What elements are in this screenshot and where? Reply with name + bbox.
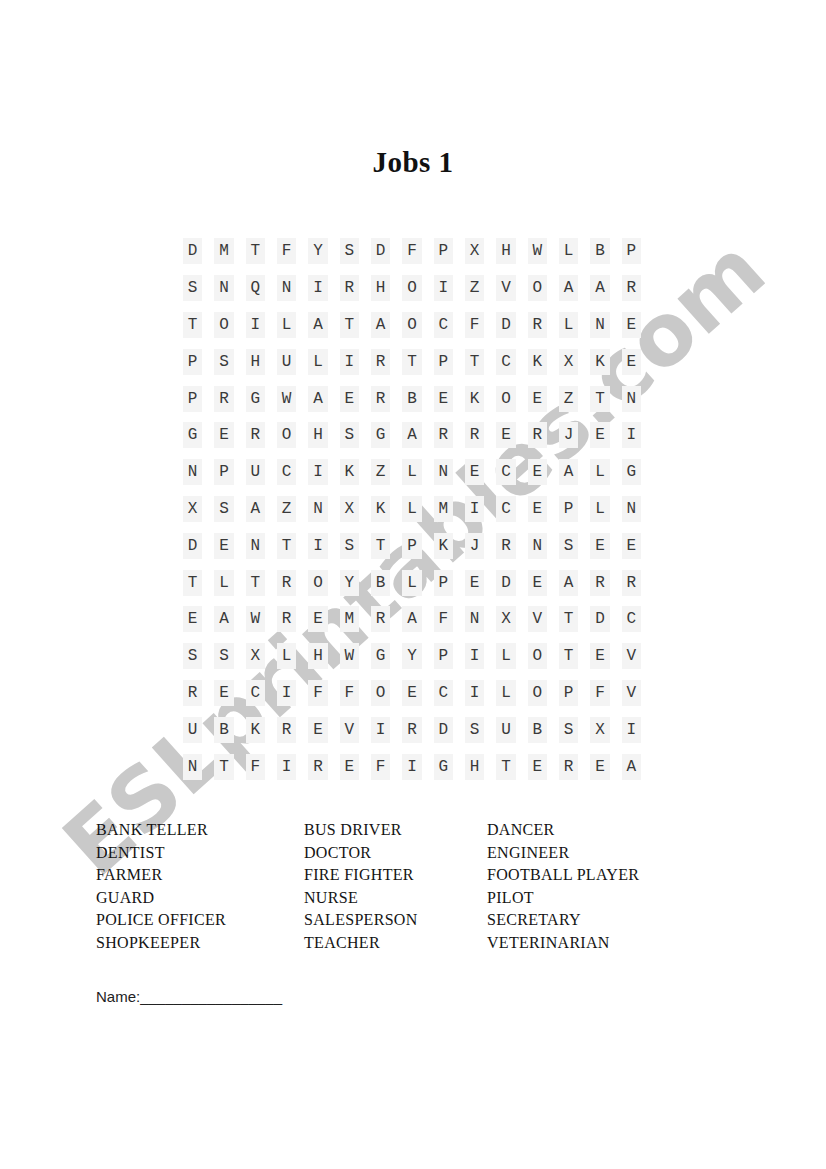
grid-letter: P xyxy=(434,349,454,375)
grid-letter: K xyxy=(434,533,454,559)
grid-cell: W xyxy=(334,638,365,675)
grid-letter: A xyxy=(371,312,391,338)
grid-cell: A xyxy=(396,601,427,638)
grid-cell: P xyxy=(428,343,459,380)
grid-cell: O xyxy=(208,307,239,344)
grid-cell: D xyxy=(365,233,396,270)
grid-cell: E xyxy=(334,380,365,417)
grid-cell: Y xyxy=(302,233,333,270)
grid-cell: I xyxy=(459,638,490,675)
grid-letter: E xyxy=(214,680,234,706)
grid-cell: E xyxy=(584,527,615,564)
grid-cell: V xyxy=(490,270,521,307)
grid-letter: S xyxy=(340,533,360,559)
grid-cell: E xyxy=(334,748,365,785)
grid-cell: Y xyxy=(334,564,365,601)
grid-letter: R xyxy=(559,754,579,780)
grid-cell: S xyxy=(459,711,490,748)
grid-cell: K xyxy=(522,343,553,380)
grid-letter: S xyxy=(559,717,579,743)
grid-letter: R xyxy=(277,570,297,596)
grid-letter: H xyxy=(308,422,328,448)
grid-letter: L xyxy=(402,459,422,485)
grid-letter: R xyxy=(402,717,422,743)
grid-letter: E xyxy=(308,717,328,743)
grid-cell: P xyxy=(428,233,459,270)
grid-letter: X xyxy=(465,238,485,264)
grid-letter: R xyxy=(183,680,203,706)
grid-cell: T xyxy=(584,380,615,417)
grid-letter: I xyxy=(465,643,485,669)
word-list-item: BUS DRIVER xyxy=(304,819,418,842)
grid-cell: A xyxy=(553,454,584,491)
grid-letter: P xyxy=(622,238,642,264)
grid-cell: K xyxy=(584,343,615,380)
grid-cell: Z xyxy=(459,270,490,307)
grid-letter: N xyxy=(183,754,203,780)
grid-letter: Z xyxy=(371,459,391,485)
grid-cell: E xyxy=(208,527,239,564)
grid-letter: L xyxy=(559,238,579,264)
word-list-item: PILOT xyxy=(487,887,639,910)
grid-letter: I xyxy=(277,680,297,706)
grid-cell: O xyxy=(396,307,427,344)
grid-cell: T xyxy=(240,564,271,601)
name-label: Name: xyxy=(96,988,140,1005)
grid-letter: E xyxy=(528,386,548,412)
grid-letter: K xyxy=(465,386,485,412)
grid-letter: E xyxy=(434,386,454,412)
grid-letter: J xyxy=(559,422,579,448)
grid-cell: R xyxy=(584,564,615,601)
grid-cell: P xyxy=(616,233,647,270)
grid-letter: R xyxy=(371,606,391,632)
grid-cell: F xyxy=(428,601,459,638)
grid-letter: E xyxy=(496,422,516,448)
grid-letter: A xyxy=(559,459,579,485)
grid-cell: R xyxy=(396,711,427,748)
grid-cell: I xyxy=(240,307,271,344)
grid-cell: G xyxy=(240,380,271,417)
grid-cell: C xyxy=(490,454,521,491)
grid-cell: U xyxy=(271,343,302,380)
grid-cell: R xyxy=(553,748,584,785)
grid-cell: N xyxy=(177,454,208,491)
grid-letter: N xyxy=(465,606,485,632)
grid-cell: H xyxy=(365,270,396,307)
grid-letter: D xyxy=(496,570,516,596)
grid-cell: I xyxy=(271,675,302,712)
grid-letter: T xyxy=(183,570,203,596)
grid-cell: D xyxy=(584,601,615,638)
grid-cell: S xyxy=(553,711,584,748)
grid-letter: N xyxy=(528,533,548,559)
grid-letter: U xyxy=(183,717,203,743)
grid-cell: I xyxy=(334,343,365,380)
grid-letter: A xyxy=(402,606,422,632)
grid-cell: V xyxy=(616,638,647,675)
word-list-item: SECRETARY xyxy=(487,909,639,932)
grid-letter: E xyxy=(465,570,485,596)
grid-letter: Q xyxy=(246,275,266,301)
grid-cell: I xyxy=(459,491,490,528)
grid-cell: T xyxy=(208,748,239,785)
grid-cell: R xyxy=(240,417,271,454)
grid-cell: B xyxy=(396,380,427,417)
grid-letter: B xyxy=(590,238,610,264)
grid-cell: O xyxy=(302,564,333,601)
grid-letter: R xyxy=(622,275,642,301)
grid-letter: C xyxy=(496,496,516,522)
grid-cell: L xyxy=(396,454,427,491)
grid-letter: D xyxy=(590,606,610,632)
word-list-item: GUARD xyxy=(96,887,226,910)
grid-letter: L xyxy=(402,570,422,596)
grid-letter: R xyxy=(496,533,516,559)
word-list-item: DOCTOR xyxy=(304,842,418,865)
grid-cell: P xyxy=(396,527,427,564)
grid-cell: R xyxy=(616,564,647,601)
grid-letter: T xyxy=(246,570,266,596)
grid-cell: E xyxy=(522,564,553,601)
word-list-item: FOOTBALL PLAYER xyxy=(487,864,639,887)
grid-cell: E xyxy=(616,343,647,380)
grid-letter: P xyxy=(434,238,454,264)
grid-cell: T xyxy=(271,527,302,564)
grid-letter: N xyxy=(622,496,642,522)
grid-cell: B xyxy=(522,711,553,748)
grid-cell: I xyxy=(428,270,459,307)
grid-cell: I xyxy=(302,454,333,491)
grid-cell: L xyxy=(396,564,427,601)
grid-letter: T xyxy=(590,386,610,412)
grid-cell: N xyxy=(240,527,271,564)
grid-cell: P xyxy=(177,343,208,380)
grid-cell: M xyxy=(428,491,459,528)
grid-letter: W xyxy=(528,238,548,264)
grid-cell: T xyxy=(553,601,584,638)
word-list-column-3: DANCERENGINEERFOOTBALL PLAYERPILOTSECRET… xyxy=(487,819,639,955)
grid-letter: D xyxy=(183,533,203,559)
word-list-item: SALESPERSON xyxy=(304,909,418,932)
grid-letter: T xyxy=(496,754,516,780)
grid-cell: A xyxy=(616,748,647,785)
grid-letter: O xyxy=(496,386,516,412)
grid-cell: L xyxy=(208,564,239,601)
grid-cell: R xyxy=(616,270,647,307)
grid-cell: R xyxy=(522,417,553,454)
grid-cell: P xyxy=(177,380,208,417)
grid-letter: B xyxy=(528,717,548,743)
grid-cell: Y xyxy=(396,638,427,675)
grid-letter: F xyxy=(590,680,610,706)
grid-letter: P xyxy=(559,496,579,522)
grid-letter: G xyxy=(371,643,391,669)
grid-cell: N xyxy=(584,307,615,344)
grid-letter: I xyxy=(465,680,485,706)
grid-cell: E xyxy=(177,601,208,638)
grid-letter: E xyxy=(528,754,548,780)
grid-letter: H xyxy=(465,754,485,780)
grid-letter: R xyxy=(528,422,548,448)
grid-letter: R xyxy=(308,754,328,780)
grid-letter: P xyxy=(183,349,203,375)
grid-letter: X xyxy=(496,606,516,632)
grid-cell: N xyxy=(208,270,239,307)
grid-cell: U xyxy=(240,454,271,491)
grid-cell: T xyxy=(334,307,365,344)
puzzle-title: Jobs 1 xyxy=(0,146,826,179)
grid-cell: T xyxy=(490,748,521,785)
name-blank: _________________ xyxy=(140,988,282,1005)
grid-cell: R xyxy=(522,307,553,344)
grid-cell: Z xyxy=(553,380,584,417)
grid-letter: N xyxy=(183,459,203,485)
grid-letter: I xyxy=(308,533,328,559)
grid-cell: O xyxy=(396,270,427,307)
grid-cell: G xyxy=(428,748,459,785)
grid-cell: C xyxy=(490,343,521,380)
grid-letter: P xyxy=(402,533,422,559)
grid-letter: C xyxy=(246,680,266,706)
grid-letter: W xyxy=(340,643,360,669)
grid-letter: E xyxy=(308,606,328,632)
grid-letter: E xyxy=(590,533,610,559)
grid-letter: V xyxy=(622,680,642,706)
grid-cell: R xyxy=(334,270,365,307)
grid-letter: E xyxy=(622,312,642,338)
grid-letter: F xyxy=(465,312,485,338)
grid-letter: R xyxy=(434,422,454,448)
grid-cell: S xyxy=(177,270,208,307)
grid-cell: R xyxy=(177,675,208,712)
grid-letter: U xyxy=(246,459,266,485)
grid-letter: F xyxy=(371,754,391,780)
grid-letter: O xyxy=(528,643,548,669)
grid-cell: N xyxy=(271,270,302,307)
word-list-item: SHOPKEEPER xyxy=(96,932,226,955)
grid-letter: T xyxy=(340,312,360,338)
grid-cell: L xyxy=(490,638,521,675)
grid-cell: L xyxy=(271,307,302,344)
word-list-item: DENTIST xyxy=(96,842,226,865)
grid-cell: C xyxy=(428,675,459,712)
grid-letter: T xyxy=(246,238,266,264)
grid-letter: S xyxy=(183,275,203,301)
grid-cell: O xyxy=(365,675,396,712)
grid-letter: X xyxy=(340,496,360,522)
grid-letter: N xyxy=(277,275,297,301)
grid-cell: U xyxy=(490,711,521,748)
grid-cell: O xyxy=(522,270,553,307)
grid-cell: S xyxy=(553,527,584,564)
grid-letter: R xyxy=(371,349,391,375)
word-list-item: ENGINEER xyxy=(487,842,639,865)
grid-cell: R xyxy=(271,711,302,748)
grid-cell: F xyxy=(584,675,615,712)
grid-letter: E xyxy=(340,754,360,780)
grid-cell: L xyxy=(553,233,584,270)
grid-letter: S xyxy=(559,533,579,559)
grid-letter: V xyxy=(622,643,642,669)
grid-cell: T xyxy=(365,527,396,564)
grid-cell: E xyxy=(490,417,521,454)
grid-letter: A xyxy=(308,312,328,338)
grid-cell: E xyxy=(522,454,553,491)
grid-letter: U xyxy=(277,349,297,375)
grid-letter: E xyxy=(214,422,234,448)
grid-letter: O xyxy=(402,275,422,301)
grid-letter: A xyxy=(559,570,579,596)
grid-letter: S xyxy=(183,643,203,669)
grid-letter: T xyxy=(183,312,203,338)
grid-cell: E xyxy=(522,748,553,785)
grid-letter: A xyxy=(246,496,266,522)
grid-cell: R xyxy=(490,527,521,564)
grid-letter: S xyxy=(465,717,485,743)
grid-cell: O xyxy=(522,675,553,712)
grid-letter: I xyxy=(402,754,422,780)
grid-letter: M xyxy=(340,606,360,632)
grid-letter: R xyxy=(528,312,548,338)
grid-cell: E xyxy=(584,638,615,675)
grid-letter: V xyxy=(528,606,548,632)
grid-letter: Y xyxy=(308,238,328,264)
grid-letter: E xyxy=(590,754,610,780)
grid-letter: C xyxy=(277,459,297,485)
grid-letter: R xyxy=(214,386,234,412)
grid-letter: U xyxy=(496,717,516,743)
grid-cell: V xyxy=(616,675,647,712)
grid-cell: E xyxy=(396,675,427,712)
grid-cell: G xyxy=(365,638,396,675)
grid-cell: L xyxy=(584,491,615,528)
grid-letter: B xyxy=(371,570,391,596)
grid-letter: P xyxy=(559,680,579,706)
grid-letter: O xyxy=(402,312,422,338)
grid-letter: A xyxy=(559,275,579,301)
grid-letter: I xyxy=(622,717,642,743)
grid-cell: D xyxy=(177,527,208,564)
grid-letter: R xyxy=(340,275,360,301)
grid-letter: E xyxy=(465,459,485,485)
grid-letter: T xyxy=(465,349,485,375)
grid-cell: I xyxy=(459,675,490,712)
grid-cell: K xyxy=(428,527,459,564)
grid-letter: K xyxy=(371,496,391,522)
grid-cell: D xyxy=(428,711,459,748)
grid-letter: T xyxy=(559,643,579,669)
grid-letter: N xyxy=(214,275,234,301)
word-list-item: FARMER xyxy=(96,864,226,887)
grid-cell: J xyxy=(553,417,584,454)
grid-cell: L xyxy=(553,307,584,344)
grid-cell: R xyxy=(459,417,490,454)
grid-letter: I xyxy=(622,422,642,448)
grid-letter: O xyxy=(528,680,548,706)
grid-cell: J xyxy=(459,527,490,564)
grid-letter: T xyxy=(214,754,234,780)
grid-letter: K xyxy=(340,459,360,485)
grid-cell: Z xyxy=(365,454,396,491)
grid-letter: O xyxy=(277,422,297,448)
grid-cell: H xyxy=(240,343,271,380)
grid-cell: N xyxy=(177,748,208,785)
grid-letter: O xyxy=(308,570,328,596)
grid-letter: I xyxy=(465,496,485,522)
grid-letter: M xyxy=(214,238,234,264)
grid-letter: I xyxy=(277,754,297,780)
grid-cell: N xyxy=(302,491,333,528)
word-list-item: VETERINARIAN xyxy=(487,932,639,955)
grid-cell: T xyxy=(459,343,490,380)
grid-cell: E xyxy=(302,601,333,638)
grid-cell: N xyxy=(616,491,647,528)
grid-letter: C xyxy=(496,459,516,485)
grid-letter: L xyxy=(559,312,579,338)
grid-letter: E xyxy=(183,606,203,632)
grid-cell: F xyxy=(271,233,302,270)
grid-cell: I xyxy=(302,270,333,307)
grid-letter: N xyxy=(622,386,642,412)
grid-letter: C xyxy=(622,606,642,632)
grid-letter: G xyxy=(371,422,391,448)
grid-letter: R xyxy=(371,386,391,412)
grid-cell: L xyxy=(396,491,427,528)
grid-letter: G xyxy=(183,422,203,448)
word-list-item: POLICE OFFICER xyxy=(96,909,226,932)
grid-cell: R xyxy=(271,601,302,638)
grid-cell: G xyxy=(616,454,647,491)
worksheet-page: ESLprintables.com Jobs 1 DMTFYSDFPXHWLBP… xyxy=(0,0,826,1169)
grid-letter: Z xyxy=(277,496,297,522)
grid-letter: R xyxy=(277,606,297,632)
grid-cell: B xyxy=(365,564,396,601)
grid-letter: P xyxy=(183,386,203,412)
grid-cell: E xyxy=(302,711,333,748)
word-search-grid: DMTFYSDFPXHWLBPSNQNIRHOIZVOAARTOILATAOCF… xyxy=(177,233,647,785)
grid-letter: A xyxy=(214,606,234,632)
grid-cell: V xyxy=(334,711,365,748)
grid-letter: L xyxy=(590,459,610,485)
grid-letter: N xyxy=(308,496,328,522)
grid-letter: G xyxy=(434,754,454,780)
grid-letter: F xyxy=(434,606,454,632)
grid-cell: X xyxy=(584,711,615,748)
grid-letter: E xyxy=(528,496,548,522)
grid-cell: U xyxy=(177,711,208,748)
grid-letter: E xyxy=(590,422,610,448)
grid-cell: T xyxy=(396,343,427,380)
grid-cell: R xyxy=(302,748,333,785)
grid-cell: L xyxy=(490,675,521,712)
grid-letter: A xyxy=(590,275,610,301)
grid-cell: C xyxy=(428,307,459,344)
grid-cell: H xyxy=(459,748,490,785)
grid-letter: X xyxy=(183,496,203,522)
grid-cell: G xyxy=(365,417,396,454)
grid-cell: X xyxy=(334,491,365,528)
grid-cell: X xyxy=(240,638,271,675)
grid-letter: G xyxy=(246,386,266,412)
grid-letter: O xyxy=(371,680,391,706)
grid-cell: L xyxy=(584,454,615,491)
grid-letter: P xyxy=(434,570,454,596)
grid-letter: S xyxy=(214,496,234,522)
grid-letter: I xyxy=(371,717,391,743)
grid-cell: Z xyxy=(271,491,302,528)
grid-letter: S xyxy=(214,349,234,375)
